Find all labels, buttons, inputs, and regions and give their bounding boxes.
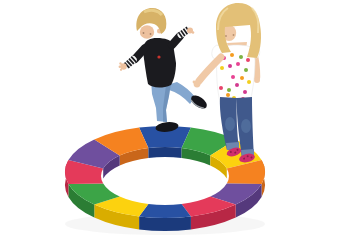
girl-knee-patch [225, 117, 235, 131]
girl-knee-patch [241, 119, 251, 133]
boy-figure [119, 8, 210, 133]
boy-face [140, 25, 154, 39]
girl-right-hand [193, 81, 201, 88]
product-photo-scene [0, 0, 350, 250]
boy-eye [143, 32, 145, 34]
boy-eye [150, 33, 152, 35]
girl-eye [225, 35, 227, 37]
ring-segment-side [139, 216, 191, 231]
scene-svg [0, 0, 350, 250]
boy-shirt-logo [157, 55, 160, 58]
girl-eye [233, 34, 235, 36]
boy-right-upper-sleeve [172, 36, 180, 45]
girl-left-hand [254, 77, 260, 83]
ring-segment-side [148, 147, 181, 158]
boy-left-upper-sleeve [135, 48, 145, 59]
ring-segment-top [139, 204, 191, 218]
